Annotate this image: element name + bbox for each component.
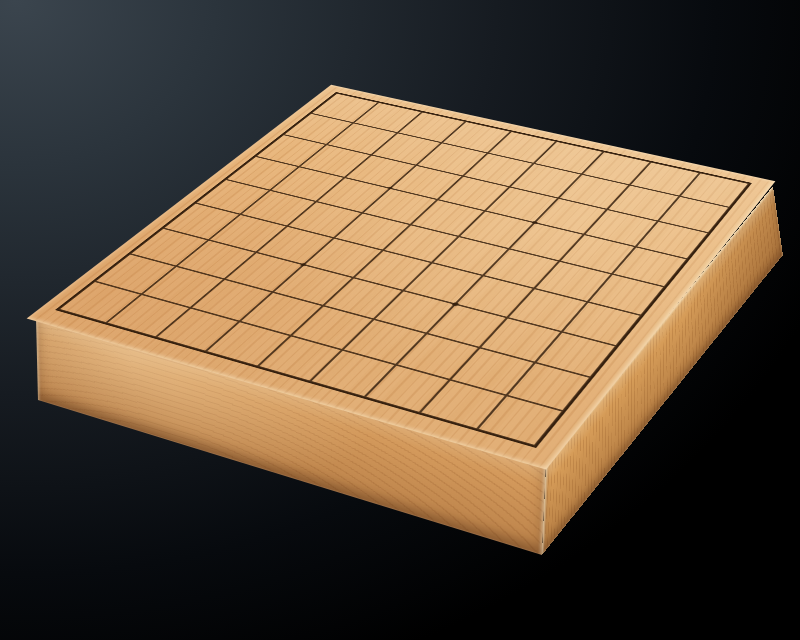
photo-background <box>0 0 800 640</box>
